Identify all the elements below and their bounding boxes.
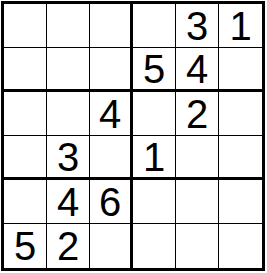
cell-r3c4-empty[interactable] [133,92,176,136]
cell-r4c6-empty[interactable] [219,136,262,180]
cell-r2c5-given[interactable]: 4 [176,48,219,92]
cell-r6c2-given[interactable]: 2 [47,224,90,268]
cell-r4c2-given[interactable]: 3 [47,136,90,180]
cell-r6c3-empty[interactable] [90,224,133,268]
cell-r4c4-given[interactable]: 1 [133,136,176,180]
cell-r5c4-empty[interactable] [133,180,176,224]
cell-r1c4-empty[interactable] [133,4,176,48]
cell-r5c2-given[interactable]: 4 [47,180,90,224]
cell-r6c5-empty[interactable] [176,224,219,268]
cell-r4c1-empty[interactable] [4,136,47,180]
cell-r3c2-empty[interactable] [47,92,90,136]
cell-r3c5-given[interactable]: 2 [176,92,219,136]
cell-r3c1-empty[interactable] [4,92,47,136]
cell-r6c4-empty[interactable] [133,224,176,268]
cell-r1c6-given[interactable]: 1 [219,4,262,48]
cell-r2c4-given[interactable]: 5 [133,48,176,92]
cell-r5c5-empty[interactable] [176,180,219,224]
cell-r2c3-empty[interactable] [90,48,133,92]
cell-r6c1-given[interactable]: 5 [4,224,47,268]
sudoku-board: 315442314652 [1,1,265,271]
cell-r4c3-empty[interactable] [90,136,133,180]
cell-r1c3-empty[interactable] [90,4,133,48]
cell-r2c6-empty[interactable] [219,48,262,92]
cell-r5c3-given[interactable]: 6 [90,180,133,224]
cell-r1c1-empty[interactable] [4,4,47,48]
cell-r3c6-empty[interactable] [219,92,262,136]
cell-r1c5-given[interactable]: 3 [176,4,219,48]
cell-r2c1-empty[interactable] [4,48,47,92]
cell-r5c6-empty[interactable] [219,180,262,224]
cell-r4c5-empty[interactable] [176,136,219,180]
cell-r3c3-given[interactable]: 4 [90,92,133,136]
cell-r2c2-empty[interactable] [47,48,90,92]
cell-r6c6-empty[interactable] [219,224,262,268]
cell-r5c1-empty[interactable] [4,180,47,224]
cell-r1c2-empty[interactable] [47,4,90,48]
